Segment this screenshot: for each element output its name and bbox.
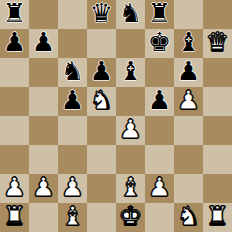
square-c6[interactable]: ♞ [58,58,87,87]
square-g7[interactable]: ♝ [174,29,203,58]
square-f6[interactable] [145,58,174,87]
square-b4[interactable] [29,116,58,145]
square-h1[interactable]: ♜ [203,203,232,232]
square-f8[interactable]: ♜ [145,0,174,29]
square-d6[interactable]: ♟ [87,58,116,87]
square-f3[interactable] [145,145,174,174]
square-d5[interactable]: ♞ [87,87,116,116]
square-g1[interactable]: ♞ [174,203,203,232]
square-e2[interactable]: ♝ [116,174,145,203]
square-a4[interactable] [0,116,29,145]
square-e8[interactable]: ♞ [116,0,145,29]
square-f2[interactable]: ♟ [145,174,174,203]
black-rook[interactable]: ♜ [148,0,171,28]
square-d2[interactable] [87,174,116,203]
square-b5[interactable] [29,87,58,116]
black-pawn[interactable]: ♟ [32,29,55,57]
square-d7[interactable] [87,29,116,58]
white-king[interactable]: ♚ [119,203,142,231]
square-g3[interactable] [174,145,203,174]
black-knight[interactable]: ♞ [61,58,84,86]
black-pawn[interactable]: ♟ [3,29,26,57]
white-queen[interactable]: ♛ [206,29,229,57]
square-e5[interactable] [116,87,145,116]
square-g2[interactable] [174,174,203,203]
square-d1[interactable] [87,203,116,232]
square-a7[interactable]: ♟ [0,29,29,58]
square-d8[interactable]: ♛ [87,0,116,29]
square-f7[interactable]: ♚ [145,29,174,58]
square-e6[interactable]: ♝ [116,58,145,87]
square-e7[interactable] [116,29,145,58]
square-c5[interactable]: ♟ [58,87,87,116]
square-b3[interactable] [29,145,58,174]
white-knight[interactable]: ♞ [90,87,113,115]
square-d3[interactable] [87,145,116,174]
white-bishop[interactable]: ♝ [119,174,142,202]
black-bishop[interactable]: ♝ [177,29,200,57]
square-c3[interactable] [58,145,87,174]
black-rook[interactable]: ♜ [3,0,26,28]
square-b1[interactable] [29,203,58,232]
square-b2[interactable]: ♟ [29,174,58,203]
square-b8[interactable] [29,0,58,29]
white-pawn[interactable]: ♟ [148,174,171,202]
white-rook[interactable]: ♜ [3,203,26,231]
square-e1[interactable]: ♚ [116,203,145,232]
square-f5[interactable]: ♟ [145,87,174,116]
white-knight[interactable]: ♞ [177,203,200,231]
square-a6[interactable] [0,58,29,87]
square-a5[interactable] [0,87,29,116]
square-g4[interactable] [174,116,203,145]
square-e3[interactable] [116,145,145,174]
square-h6[interactable] [203,58,232,87]
square-h2[interactable] [203,174,232,203]
black-queen[interactable]: ♛ [90,0,113,28]
black-bishop[interactable]: ♝ [119,58,142,86]
white-pawn[interactable]: ♟ [61,174,84,202]
white-pawn[interactable]: ♟ [3,174,26,202]
square-b7[interactable]: ♟ [29,29,58,58]
white-pawn[interactable]: ♟ [119,116,142,144]
square-a8[interactable]: ♜ [0,0,29,29]
square-a2[interactable]: ♟ [0,174,29,203]
square-c1[interactable]: ♝ [58,203,87,232]
square-g5[interactable]: ♟ [174,87,203,116]
chess-board: ♜♛♞♜♟♟♚♝♛♞♟♝♟♟♞♟♟♟♟♟♟♝♟♜♝♚♞♜ [0,0,232,232]
square-c7[interactable] [58,29,87,58]
square-a3[interactable] [0,145,29,174]
square-a1[interactable]: ♜ [0,203,29,232]
square-g8[interactable] [174,0,203,29]
square-g6[interactable]: ♟ [174,58,203,87]
square-b6[interactable] [29,58,58,87]
square-f4[interactable] [145,116,174,145]
black-pawn[interactable]: ♟ [61,87,84,115]
white-pawn[interactable]: ♟ [177,87,200,115]
square-f1[interactable] [145,203,174,232]
square-h3[interactable] [203,145,232,174]
square-h7[interactable]: ♛ [203,29,232,58]
square-e4[interactable]: ♟ [116,116,145,145]
black-knight[interactable]: ♞ [119,0,142,28]
white-pawn[interactable]: ♟ [32,174,55,202]
square-c4[interactable] [58,116,87,145]
black-king[interactable]: ♚ [148,29,171,57]
square-d4[interactable] [87,116,116,145]
square-h4[interactable] [203,116,232,145]
black-pawn[interactable]: ♟ [148,87,171,115]
black-pawn[interactable]: ♟ [177,58,200,86]
square-c8[interactable] [58,0,87,29]
square-c2[interactable]: ♟ [58,174,87,203]
black-pawn[interactable]: ♟ [90,58,113,86]
white-bishop[interactable]: ♝ [61,203,84,231]
square-h5[interactable] [203,87,232,116]
white-rook[interactable]: ♜ [206,203,229,231]
square-h8[interactable] [203,0,232,29]
